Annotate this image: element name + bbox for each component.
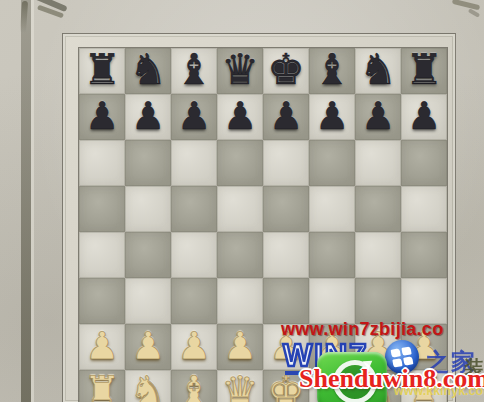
black-king[interactable]: ♚ — [267, 49, 305, 91]
square-h8[interactable]: ♜ — [401, 48, 447, 94]
square-d8[interactable]: ♛ — [217, 48, 263, 94]
square-g3[interactable] — [355, 278, 401, 324]
black-bishop[interactable]: ♝ — [175, 49, 213, 91]
square-a4[interactable] — [79, 232, 125, 278]
square-c2[interactable]: ♟ — [171, 324, 217, 370]
black-knight[interactable]: ♞ — [129, 49, 167, 91]
black-queen[interactable]: ♛ — [221, 49, 259, 91]
square-c7[interactable]: ♟ — [171, 94, 217, 140]
black-pawn[interactable]: ♟ — [177, 97, 211, 135]
square-g7[interactable]: ♟ — [355, 94, 401, 140]
square-b1[interactable]: ♞ — [125, 370, 171, 402]
white-queen[interactable]: ♛ — [221, 371, 259, 402]
square-b5[interactable] — [125, 186, 171, 232]
square-h7[interactable]: ♟ — [401, 94, 447, 140]
square-e4[interactable] — [263, 232, 309, 278]
square-a2[interactable]: ♟ — [79, 324, 125, 370]
square-d6[interactable] — [217, 140, 263, 186]
square-h5[interactable] — [401, 186, 447, 232]
square-e7[interactable]: ♟ — [263, 94, 309, 140]
black-pawn[interactable]: ♟ — [85, 97, 119, 135]
black-pawn[interactable]: ♟ — [361, 97, 395, 135]
square-d1[interactable]: ♛ — [217, 370, 263, 402]
white-bishop[interactable]: ♝ — [175, 371, 213, 402]
black-rook[interactable]: ♜ — [83, 49, 121, 91]
white-pawn[interactable]: ♟ — [223, 327, 257, 365]
square-f8[interactable]: ♝ — [309, 48, 355, 94]
square-b6[interactable] — [125, 140, 171, 186]
win7zbijia-url-watermark: www.win7zbijia.co — [281, 319, 443, 340]
marble-vein — [452, 0, 480, 10]
square-b2[interactable]: ♟ — [125, 324, 171, 370]
square-b4[interactable] — [125, 232, 171, 278]
square-f7[interactable]: ♟ — [309, 94, 355, 140]
square-a7[interactable]: ♟ — [79, 94, 125, 140]
white-rook[interactable]: ♜ — [83, 371, 121, 402]
square-a3[interactable] — [79, 278, 125, 324]
square-f3[interactable] — [309, 278, 355, 324]
wall-groove — [21, 0, 31, 402]
square-e6[interactable] — [263, 140, 309, 186]
black-pawn[interactable]: ♟ — [131, 97, 165, 135]
black-rook[interactable]: ♜ — [405, 49, 443, 91]
square-c5[interactable] — [171, 186, 217, 232]
square-e5[interactable] — [263, 186, 309, 232]
wall-groove-highlight — [31, 0, 34, 402]
square-g4[interactable] — [355, 232, 401, 278]
square-a5[interactable] — [79, 186, 125, 232]
square-a6[interactable] — [79, 140, 125, 186]
square-c3[interactable] — [171, 278, 217, 324]
square-g6[interactable] — [355, 140, 401, 186]
square-g8[interactable]: ♞ — [355, 48, 401, 94]
white-knight[interactable]: ♞ — [129, 371, 167, 402]
white-pawn[interactable]: ♟ — [131, 327, 165, 365]
square-h3[interactable] — [401, 278, 447, 324]
square-f5[interactable] — [309, 186, 355, 232]
square-e8[interactable]: ♚ — [263, 48, 309, 94]
square-d4[interactable] — [217, 232, 263, 278]
square-h4[interactable] — [401, 232, 447, 278]
square-b7[interactable]: ♟ — [125, 94, 171, 140]
black-bishop[interactable]: ♝ — [313, 49, 351, 91]
square-b8[interactable]: ♞ — [125, 48, 171, 94]
square-d7[interactable]: ♟ — [217, 94, 263, 140]
square-c6[interactable] — [171, 140, 217, 186]
black-pawn[interactable]: ♟ — [223, 97, 257, 135]
square-e3[interactable] — [263, 278, 309, 324]
black-pawn[interactable]: ♟ — [315, 97, 349, 135]
square-c8[interactable]: ♝ — [171, 48, 217, 94]
square-d3[interactable] — [217, 278, 263, 324]
square-a1[interactable]: ♜ — [79, 370, 125, 402]
black-pawn[interactable]: ♟ — [407, 97, 441, 135]
square-c4[interactable] — [171, 232, 217, 278]
square-d5[interactable] — [217, 186, 263, 232]
black-pawn[interactable]: ♟ — [269, 97, 303, 135]
square-b3[interactable] — [125, 278, 171, 324]
white-pawn[interactable]: ♟ — [177, 327, 211, 365]
square-a8[interactable]: ♜ — [79, 48, 125, 94]
white-pawn[interactable]: ♟ — [85, 327, 119, 365]
square-f4[interactable] — [309, 232, 355, 278]
black-knight[interactable]: ♞ — [359, 49, 397, 91]
square-h6[interactable] — [401, 140, 447, 186]
chess-game-screen: ♜♞♝♛♚♝♞♜♟♟♟♟♟♟♟♟♟♟♟♟♟♟♟♟♜♞♝♛♚♝♞♜ WIN7 之家… — [0, 0, 484, 402]
square-f6[interactable] — [309, 140, 355, 186]
kkinyk-url-watermark: www.kkinyk.com — [394, 384, 484, 398]
square-c1[interactable]: ♝ — [171, 370, 217, 402]
square-g5[interactable] — [355, 186, 401, 232]
square-d2[interactable]: ♟ — [217, 324, 263, 370]
